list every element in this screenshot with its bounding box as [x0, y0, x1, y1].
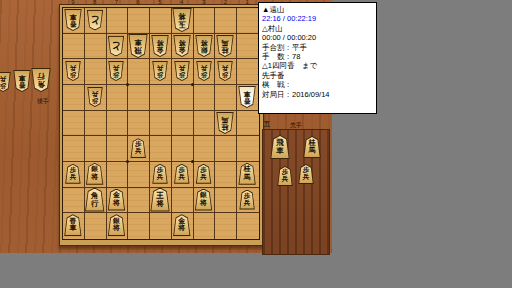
- piece-kanji: 歩兵: [178, 167, 186, 181]
- move-count-row: 手 数：78: [262, 52, 376, 61]
- rank-label: 五: [263, 119, 271, 129]
- piece-kanji: 歩兵: [156, 167, 164, 181]
- piece-kanji: 歩兵: [178, 64, 186, 78]
- shogi-piece[interactable]: 歩兵: [152, 164, 168, 184]
- piece-body: 玉将: [172, 8, 192, 32]
- board-square[interactable]: [237, 136, 259, 162]
- piece-kanji: と: [110, 40, 122, 51]
- piece-body: 歩兵: [298, 164, 314, 184]
- board-square[interactable]: [215, 85, 237, 111]
- file-label: 7: [106, 0, 126, 5]
- last-move-row: △1四同香 まで: [262, 61, 376, 70]
- piece-face: 銀将: [108, 215, 124, 235]
- board-square[interactable]: [215, 162, 237, 188]
- board-square[interactable]: [194, 85, 216, 111]
- shogi-piece[interactable]: 銀将: [195, 189, 213, 211]
- white-player-clock: 00:00 / 00:00:20: [262, 33, 376, 42]
- gote-hand-label: 後手: [37, 97, 49, 106]
- piece-body: 歩兵: [65, 164, 81, 184]
- piece-body: と: [86, 9, 103, 30]
- board-square[interactable]: [237, 213, 259, 239]
- board-square[interactable]: [107, 136, 129, 162]
- piece-body: 王将: [150, 188, 170, 212]
- shogi-piece[interactable]: 金将: [173, 214, 191, 236]
- piece-body: 歩兵: [277, 166, 293, 186]
- piece-body: 金将: [151, 35, 169, 57]
- piece-body: 香車: [64, 9, 82, 31]
- board-square[interactable]: [85, 136, 107, 162]
- piece-body: 歩兵: [152, 164, 168, 184]
- piece-face: 歩兵: [175, 62, 189, 80]
- board-star-point: [191, 83, 194, 86]
- shogi-piece[interactable]: 歩兵: [65, 61, 81, 81]
- board-square[interactable]: [150, 8, 172, 34]
- piece-face: 香車: [65, 10, 81, 30]
- piece-face: 玉将: [173, 9, 191, 31]
- piece-kanji: 金将: [156, 38, 164, 53]
- shogi-piece[interactable]: 銀将: [86, 163, 104, 185]
- board-square[interactable]: [237, 34, 259, 60]
- piece-body: 歩兵: [174, 164, 190, 184]
- board-square[interactable]: [237, 59, 259, 85]
- shogi-piece[interactable]: 歩兵: [174, 61, 190, 81]
- piece-body: 桂馬: [216, 35, 234, 57]
- piece-body: 歩兵: [196, 164, 212, 184]
- board-square[interactable]: [215, 136, 237, 162]
- piece-face: 飛車: [129, 35, 147, 57]
- shogi-piece[interactable]: 歩兵: [174, 164, 190, 184]
- piece-kanji: 歩兵: [221, 64, 229, 78]
- piece-face: 王将: [151, 189, 169, 211]
- piece-kanji: 銀将: [112, 218, 120, 233]
- board-square[interactable]: [85, 111, 107, 137]
- board-square[interactable]: [85, 213, 107, 239]
- piece-face: 歩兵: [197, 62, 211, 80]
- shogi-piece[interactable]: 香車: [64, 214, 82, 236]
- board-square[interactable]: [172, 85, 194, 111]
- board-square[interactable]: [63, 111, 85, 137]
- piece-kanji: 金将: [178, 218, 186, 233]
- shogi-piece[interactable]: 歩兵: [108, 61, 124, 81]
- piece-face: 飛車: [271, 136, 289, 158]
- piece-face: 歩兵: [153, 62, 167, 80]
- piece-kanji: 歩兵: [200, 167, 208, 181]
- piece-body: 銀将: [86, 163, 104, 185]
- board-square[interactable]: [237, 8, 259, 34]
- board-square[interactable]: [107, 85, 129, 111]
- shogi-piece[interactable]: 金将: [173, 35, 191, 57]
- shogi-piece[interactable]: 桂馬: [238, 163, 256, 185]
- turn-indicator: 先手番: [262, 71, 376, 80]
- shogi-piece[interactable]: 銀将: [107, 214, 125, 236]
- piece-kanji: 金将: [178, 38, 186, 53]
- piece-kanji: 金将: [112, 192, 120, 207]
- piece-kanji: 銀将: [200, 192, 208, 207]
- shogi-piece[interactable]: と: [86, 9, 103, 30]
- piece-face: 歩兵: [109, 62, 123, 80]
- piece-body: 歩兵: [87, 87, 103, 107]
- piece-face: 歩兵: [0, 73, 10, 91]
- piece-kanji: 歩兵: [69, 64, 77, 78]
- board-square[interactable]: [194, 136, 216, 162]
- piece-kanji: 歩兵: [69, 167, 77, 181]
- board-square[interactable]: [215, 8, 237, 34]
- piece-kanji: 歩兵: [91, 90, 99, 104]
- piece-face: 桂馬: [304, 137, 320, 157]
- board-square[interactable]: [85, 34, 107, 60]
- file-label: 5: [150, 0, 170, 5]
- piece-body: 香車: [64, 214, 82, 236]
- piece-kanji: 歩兵: [200, 64, 208, 78]
- piece-face: 歩兵: [66, 62, 80, 80]
- piece-body: 飛車: [270, 135, 290, 159]
- board-square[interactable]: [172, 111, 194, 137]
- black-player-name: ▲遠山: [262, 5, 376, 14]
- sente-hand-label: 先手: [290, 121, 302, 130]
- piece-kanji: 歩兵: [112, 64, 120, 78]
- shogi-piece[interactable]: 飛車: [270, 135, 290, 159]
- piece-body: と: [108, 35, 125, 56]
- board-square[interactable]: [194, 111, 216, 137]
- file-label: 1: [237, 0, 257, 5]
- shogi-piece[interactable]: 歩兵: [152, 61, 168, 81]
- piece-kanji: 歩兵: [134, 141, 142, 155]
- piece-kanji: 銀将: [91, 166, 99, 181]
- shogi-piece[interactable]: 歩兵: [0, 72, 11, 92]
- board-square[interactable]: [237, 111, 259, 137]
- piece-body: 歩兵: [0, 72, 11, 92]
- piece-face: 香車: [239, 87, 255, 107]
- shogi-piece[interactable]: 香車: [64, 9, 82, 31]
- piece-face: 桂馬: [239, 164, 255, 184]
- piece-body: 飛車: [128, 34, 148, 58]
- date-row: 対局日：2016/09/14: [262, 90, 376, 99]
- piece-body: 桂馬: [238, 163, 256, 185]
- board-square[interactable]: [215, 188, 237, 214]
- piece-face: 桂馬: [217, 36, 233, 56]
- piece-face: 香車: [14, 71, 30, 91]
- piece-face: 歩兵: [88, 88, 102, 106]
- shogi-piece[interactable]: 桂馬: [303, 136, 321, 158]
- piece-face: 金将: [152, 36, 168, 56]
- board-square[interactable]: [150, 213, 172, 239]
- shogi-piece[interactable]: 銀将: [195, 35, 213, 57]
- piece-kanji: 角行: [91, 192, 99, 208]
- piece-body: 金将: [173, 35, 191, 57]
- piece-kanji: 飛車: [276, 139, 284, 155]
- piece-body: 銀将: [195, 35, 213, 57]
- board-square[interactable]: [107, 162, 129, 188]
- shogi-piece[interactable]: 歩兵: [87, 87, 103, 107]
- shogi-piece[interactable]: 香車: [13, 70, 31, 92]
- board-square[interactable]: [194, 8, 216, 34]
- piece-body: 歩兵: [152, 61, 168, 81]
- piece-kanji: 桂馬: [221, 38, 229, 53]
- shogi-app-window: 歩兵香車角行 後手 987654321 一二三四五六七八九 香車と玉将と飛車金将…: [0, 0, 512, 288]
- piece-face: 桂馬: [217, 113, 233, 133]
- shogi-piece[interactable]: 飛車: [128, 34, 148, 58]
- piece-kanji: 角行: [37, 72, 45, 88]
- shogi-piece[interactable]: 歩兵: [196, 61, 212, 81]
- board-square[interactable]: [128, 111, 150, 137]
- piece-face: 歩兵: [175, 165, 189, 183]
- board-square[interactable]: [150, 111, 172, 137]
- piece-body: 銀将: [107, 214, 125, 236]
- piece-kanji: 歩兵: [281, 169, 289, 183]
- board-square[interactable]: [128, 85, 150, 111]
- piece-kanji: と: [89, 14, 101, 25]
- piece-body: 歩兵: [239, 190, 255, 210]
- board-square[interactable]: [128, 8, 150, 34]
- piece-body: 香車: [238, 86, 256, 108]
- piece-face: 歩兵: [66, 165, 80, 183]
- piece-kanji: 歩兵: [243, 193, 251, 207]
- piece-body: 歩兵: [217, 61, 233, 81]
- piece-face: 歩兵: [240, 191, 254, 209]
- piece-body: 歩兵: [174, 61, 190, 81]
- piece-face: 角行: [32, 69, 50, 91]
- board-square[interactable]: [63, 34, 85, 60]
- piece-body: 歩兵: [196, 61, 212, 81]
- board-square[interactable]: [107, 8, 129, 34]
- piece-body: 香車: [13, 70, 31, 92]
- file-label: 9: [63, 0, 83, 5]
- shogi-piece[interactable]: 王将: [150, 188, 170, 212]
- board-square[interactable]: [63, 188, 85, 214]
- piece-body: 桂馬: [303, 136, 321, 158]
- piece-kanji: 玉将: [178, 12, 186, 28]
- piece-face: 歩兵: [218, 62, 232, 80]
- piece-body: 歩兵: [130, 138, 146, 158]
- board-square[interactable]: [172, 188, 194, 214]
- piece-kanji: 歩兵: [302, 167, 310, 181]
- piece-body: 角行: [31, 68, 51, 92]
- piece-kanji: 香車: [18, 74, 26, 89]
- shogi-piece[interactable]: 歩兵: [239, 190, 255, 210]
- file-label: 4: [172, 0, 192, 5]
- piece-body: 歩兵: [65, 61, 81, 81]
- piece-face: 香車: [65, 215, 81, 235]
- shogi-piece[interactable]: 香車: [238, 86, 256, 108]
- shogi-piece[interactable]: 歩兵: [217, 61, 233, 81]
- tournament-row: 棋 戦：: [262, 80, 376, 89]
- piece-body: 角行: [85, 188, 105, 212]
- piece-face: 銀将: [87, 164, 103, 184]
- piece-kanji: 桂馬: [308, 140, 316, 155]
- shogi-piece[interactable]: 金将: [107, 189, 125, 211]
- piece-face: 角行: [86, 189, 104, 211]
- handicap-row: 手合割：平手: [262, 43, 376, 52]
- board-square[interactable]: [107, 111, 129, 137]
- board-square[interactable]: [63, 136, 85, 162]
- piece-kanji: 銀将: [200, 38, 208, 53]
- board-square[interactable]: [128, 213, 150, 239]
- shogi-piece[interactable]: 歩兵: [196, 164, 212, 184]
- piece-kanji: 香車: [243, 89, 251, 104]
- piece-face: と: [109, 36, 124, 55]
- piece-body: 金将: [173, 214, 191, 236]
- black-player-clock: 22:16 / 00:22:19: [262, 14, 376, 23]
- game-info-panel: ▲遠山 22:16 / 00:22:19 △村山 00:00 / 00:00:2…: [258, 2, 377, 114]
- piece-face: 金将: [174, 215, 190, 235]
- board-star-point: [191, 160, 194, 163]
- piece-face: 歩兵: [278, 167, 292, 185]
- board-square[interactable]: [128, 59, 150, 85]
- piece-face: 歩兵: [153, 165, 167, 183]
- piece-face: 銀将: [196, 190, 212, 210]
- piece-face: 歩兵: [197, 165, 211, 183]
- shogi-piece[interactable]: 歩兵: [277, 166, 293, 186]
- shogi-piece[interactable]: 金将: [151, 35, 169, 57]
- piece-body: 歩兵: [108, 61, 124, 81]
- shogi-piece[interactable]: 角行: [85, 188, 105, 212]
- shogi-piece[interactable]: 桂馬: [216, 35, 234, 57]
- file-label: 6: [128, 0, 148, 5]
- piece-kanji: 桂馬: [243, 166, 251, 181]
- board-square[interactable]: [128, 162, 150, 188]
- board-square[interactable]: [85, 59, 107, 85]
- shogi-piece[interactable]: 歩兵: [130, 138, 146, 158]
- piece-kanji: 歩兵: [156, 64, 164, 78]
- file-label: 3: [194, 0, 214, 5]
- shogi-piece[interactable]: 歩兵: [65, 164, 81, 184]
- shogi-piece[interactable]: 桂馬: [216, 112, 234, 134]
- board-square[interactable]: [150, 136, 172, 162]
- shogi-piece[interactable]: 歩兵: [298, 164, 314, 184]
- shogi-piece[interactable]: と: [108, 35, 125, 56]
- piece-body: 金将: [107, 189, 125, 211]
- piece-kanji: 桂馬: [221, 115, 229, 130]
- piece-face: 金将: [108, 190, 124, 210]
- piece-face: 歩兵: [131, 139, 145, 157]
- piece-kanji: 歩兵: [0, 75, 7, 89]
- piece-face: 金将: [174, 36, 190, 56]
- piece-kanji: 王将: [156, 192, 164, 208]
- piece-kanji: 香車: [69, 12, 77, 27]
- board-square[interactable]: [63, 85, 85, 111]
- piece-kanji: 香車: [69, 218, 77, 233]
- file-label: 2: [215, 0, 235, 5]
- file-label: 8: [85, 0, 105, 5]
- piece-kanji: 飛車: [134, 38, 142, 54]
- board-square[interactable]: [150, 85, 172, 111]
- board-star-point: [126, 83, 129, 86]
- white-player-name: △村山: [262, 24, 376, 33]
- shogi-piece[interactable]: 角行: [31, 68, 51, 92]
- board-square[interactable]: [172, 136, 194, 162]
- piece-face: 歩兵: [299, 165, 313, 183]
- board-square[interactable]: [215, 213, 237, 239]
- piece-face: 銀将: [196, 36, 212, 56]
- board-star-point: [126, 160, 129, 163]
- piece-body: 銀将: [195, 189, 213, 211]
- board-square[interactable]: [194, 213, 216, 239]
- piece-body: 桂馬: [216, 112, 234, 134]
- shogi-piece[interactable]: 玉将: [172, 8, 192, 32]
- piece-face: と: [87, 10, 102, 29]
- board-square[interactable]: [128, 188, 150, 214]
